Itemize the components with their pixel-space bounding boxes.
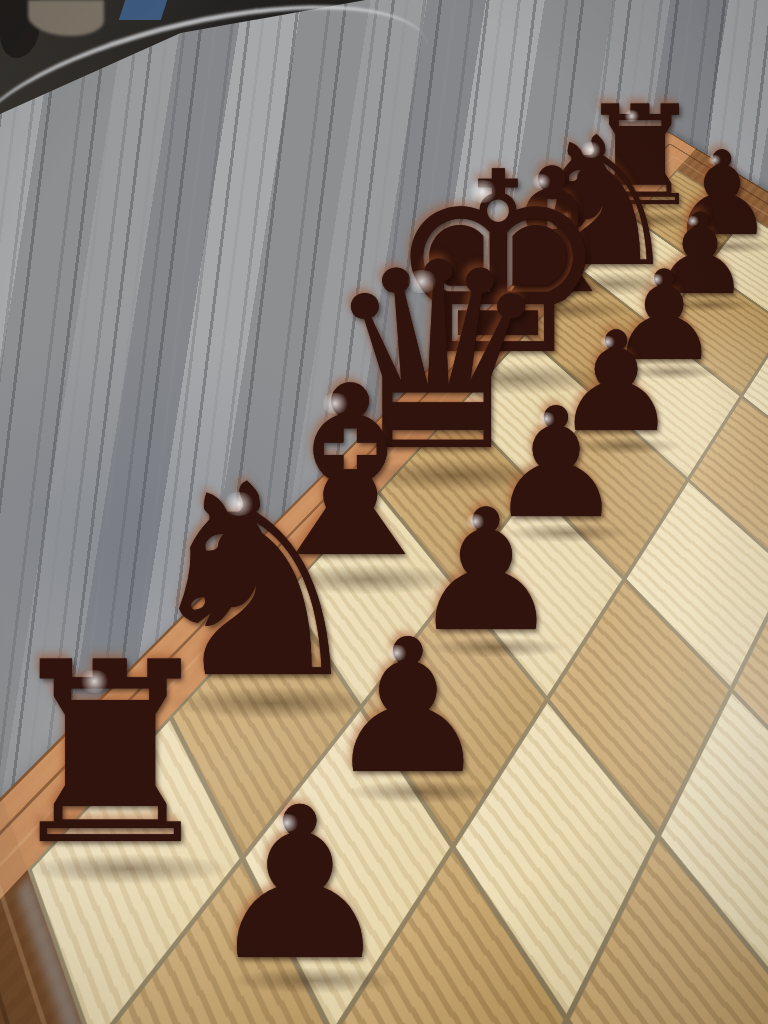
photo-of-chess-board: ♜♟♞♟♝♟♚♟♛♟♝♟♞♟♜♟ — [0, 0, 768, 1024]
piece-dark-brown-rook-a8[interactable]: ♜ — [0, 630, 222, 880]
pieces-layer: ♜♟♞♟♝♟♚♟♛♟♝♟♞♟♜♟ — [0, 0, 768, 1024]
piece-dark-brown-pawn-a7[interactable]: ♟ — [206, 780, 394, 990]
